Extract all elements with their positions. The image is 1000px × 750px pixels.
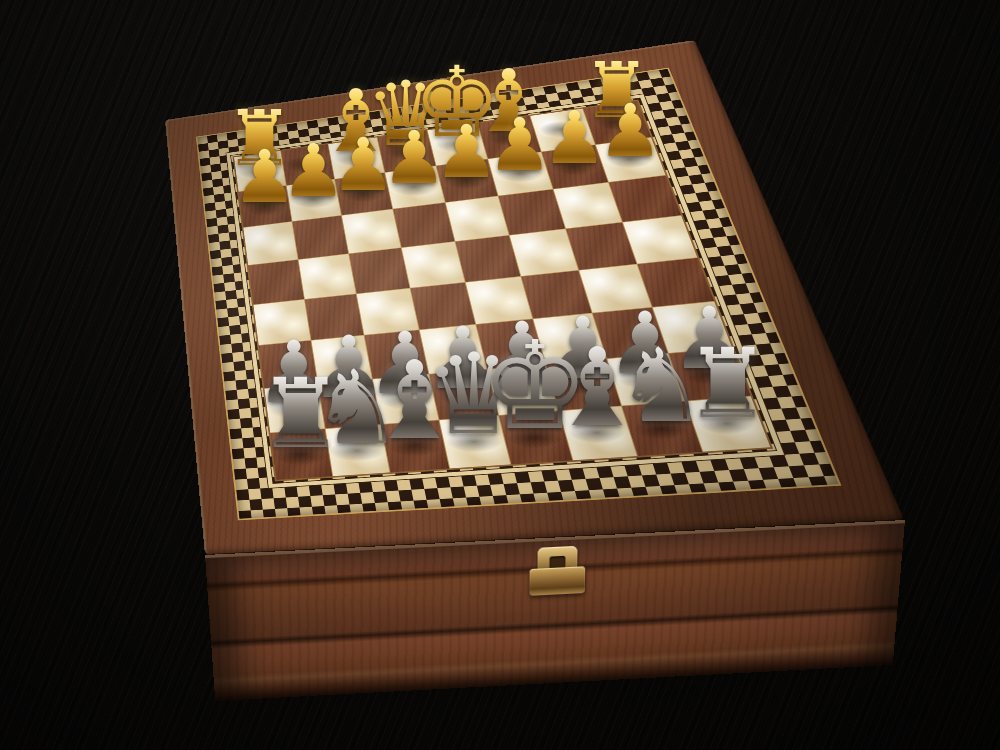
square-e6 — [445, 196, 508, 241]
black-pawn-glyph: ♟ — [598, 97, 663, 164]
white-rook-glyph: ♜ — [684, 340, 770, 428]
square-c5 — [349, 248, 409, 293]
square-b6 — [292, 216, 348, 259]
scene: ♜♞♝♛♚♝♞♜♟♟♟♟♟♟♟♟♟♟♟♟♟♟♟♟♜♞♝♛♚♝♞♜ — [0, 0, 1000, 750]
square-b5 — [298, 254, 356, 299]
square-a6 — [243, 222, 297, 265]
square-c6 — [342, 210, 401, 254]
square-h5 — [623, 216, 697, 264]
clasp-plate — [530, 566, 586, 596]
square-d6 — [393, 203, 454, 247]
square-a5 — [248, 260, 303, 304]
square-d5 — [402, 242, 465, 288]
square-h6 — [609, 176, 681, 222]
square-e5 — [455, 236, 520, 282]
photo-background: { "game": { "name": "chess", "position":… — [0, 0, 1000, 750]
clasp-latch[interactable] — [526, 545, 590, 598]
